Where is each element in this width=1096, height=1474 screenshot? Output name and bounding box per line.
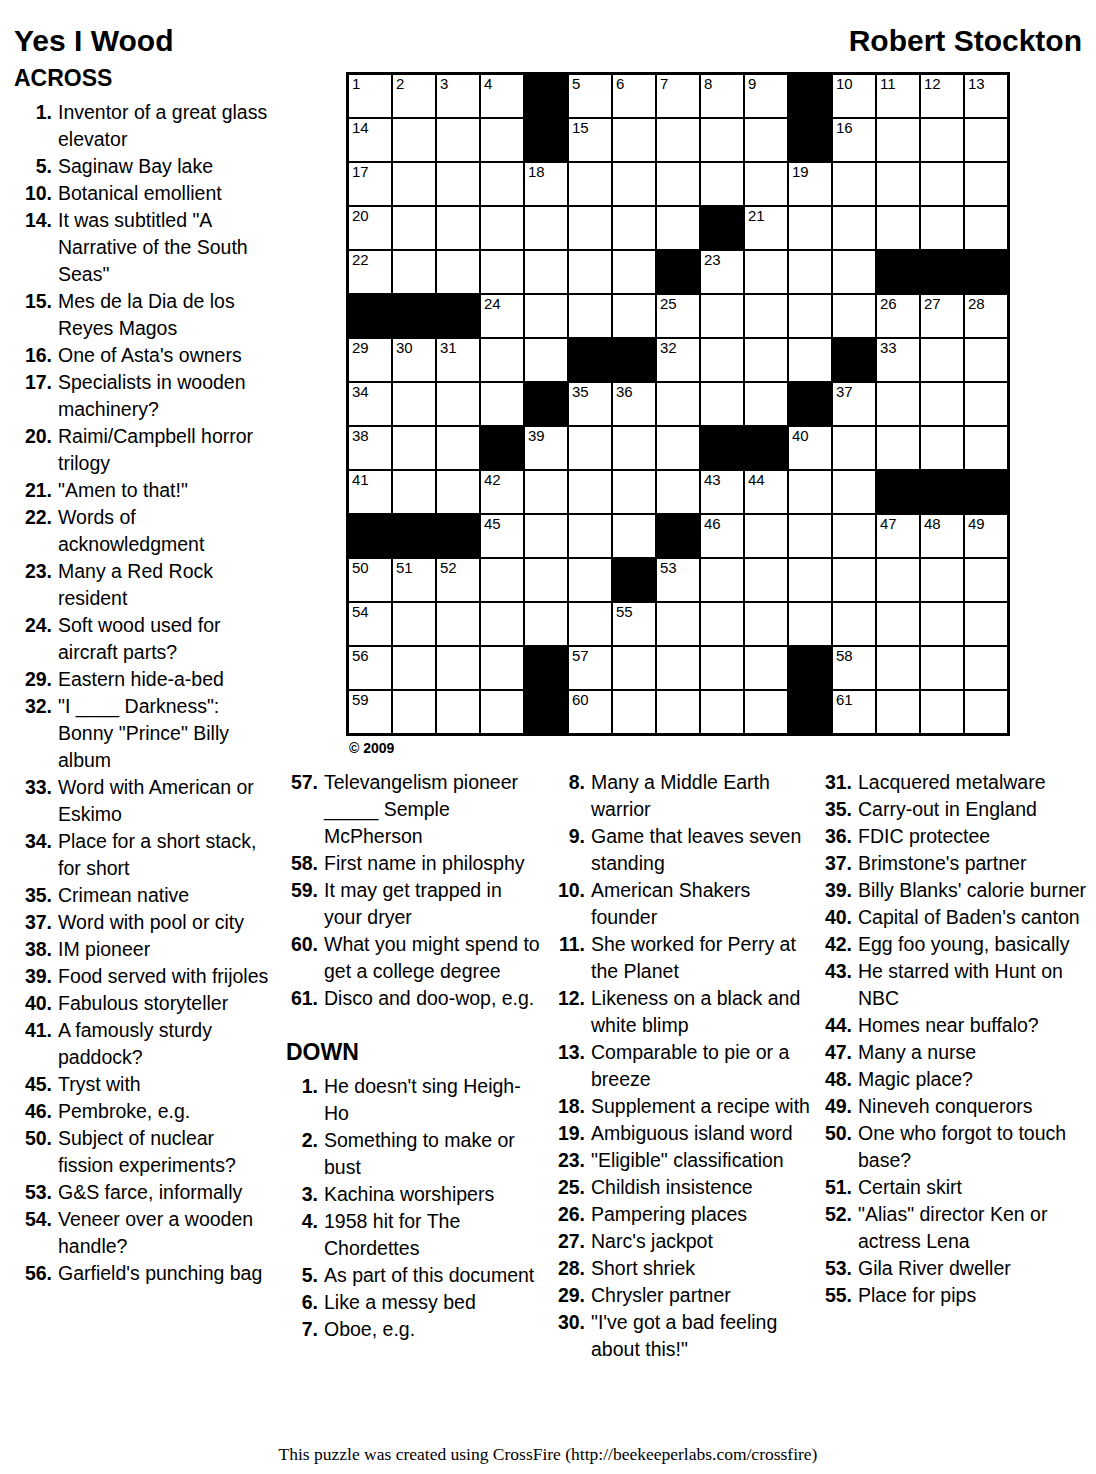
cell-number: 51	[396, 560, 413, 576]
grid-cell[interactable]: 8	[701, 75, 743, 117]
grid-cell[interactable]	[569, 207, 611, 249]
clue-text: Tryst with	[58, 1071, 274, 1098]
grid-cell[interactable]: 20	[349, 207, 391, 249]
grid-cell[interactable]	[965, 383, 1007, 425]
grid-cell[interactable]	[833, 251, 875, 293]
clue-down-10: 10.American Shakers founder	[552, 877, 815, 931]
grid-cell[interactable]	[921, 119, 963, 161]
grid-cell[interactable]	[877, 207, 919, 249]
grid-cell[interactable]: 53	[657, 559, 699, 601]
grid-cell[interactable]	[789, 471, 831, 513]
grid-cell[interactable]	[525, 515, 567, 557]
grid-cell[interactable]	[613, 515, 655, 557]
grid-cell[interactable]	[613, 647, 655, 689]
grid-cell[interactable]	[921, 647, 963, 689]
black-cell	[349, 295, 391, 337]
grid-cell[interactable]: 29	[349, 339, 391, 381]
clue-number: 1.	[14, 99, 52, 153]
grid-cell[interactable]: 44	[745, 471, 787, 513]
clue-number: 29.	[552, 1282, 585, 1309]
grid-cell[interactable]	[481, 691, 523, 733]
clue-number: 32.	[14, 693, 52, 774]
grid-cell[interactable]	[657, 471, 699, 513]
clue-down-35: 35.Carry-out in England	[820, 796, 1092, 823]
grid-cell[interactable]: 15	[569, 119, 611, 161]
grid-cell[interactable]	[965, 603, 1007, 645]
grid-cell[interactable]	[481, 383, 523, 425]
clue-text: Kachina worshipers	[324, 1181, 544, 1208]
clue-text: Food served with frijoles	[58, 963, 274, 990]
clue-down-55: 55.Place for pips	[820, 1282, 1092, 1309]
clue-text: Words of acknowledgment	[58, 504, 274, 558]
grid-cell[interactable]	[437, 691, 479, 733]
grid-cell[interactable]: 14	[349, 119, 391, 161]
grid-cell[interactable]	[613, 251, 655, 293]
clue-across-37: 37.Word with pool or city	[14, 909, 274, 936]
grid-cell[interactable]	[393, 427, 435, 469]
clue-number: 35.	[820, 796, 852, 823]
clue-text: G&S farce, informally	[58, 1179, 274, 1206]
cell-number: 35	[572, 384, 589, 400]
grid-cell[interactable]	[525, 559, 567, 601]
grid-cell[interactable]	[789, 559, 831, 601]
grid-cell[interactable]: 23	[701, 251, 743, 293]
grid-cell[interactable]	[833, 471, 875, 513]
across-clue-list-2: 57.Televangelism pioneer _____ Semple Mc…	[286, 769, 544, 1012]
grid-cell[interactable]	[921, 691, 963, 733]
grid-cell[interactable]	[613, 207, 655, 249]
clue-across-24: 24.Soft wood used for aircraft parts?	[14, 612, 274, 666]
grid-cell[interactable]: 30	[393, 339, 435, 381]
clue-number: 31.	[820, 769, 852, 796]
grid-cell[interactable]: 26	[877, 295, 919, 337]
cell-number: 52	[440, 560, 457, 576]
grid-cell[interactable]	[569, 295, 611, 337]
clue-text: Something to make or bust	[324, 1127, 544, 1181]
cell-number: 57	[572, 648, 589, 664]
grid-cell[interactable]	[393, 251, 435, 293]
grid-cell[interactable]	[657, 691, 699, 733]
grid-cell[interactable]: 12	[921, 75, 963, 117]
clue-number: 55.	[820, 1282, 852, 1309]
grid-cell[interactable]: 47	[877, 515, 919, 557]
grid-cell[interactable]	[481, 647, 523, 689]
clue-down-26: 26.Pampering places	[552, 1201, 815, 1228]
grid-cell[interactable]	[569, 427, 611, 469]
grid-cell[interactable]: 24	[481, 295, 523, 337]
grid-cell[interactable]	[833, 515, 875, 557]
grid-cell[interactable]: 25	[657, 295, 699, 337]
grid-cell[interactable]: 2	[393, 75, 435, 117]
black-cell	[789, 691, 831, 733]
grid-cell[interactable]	[745, 163, 787, 205]
grid-cell[interactable]	[701, 295, 743, 337]
grid-cell[interactable]	[525, 603, 567, 645]
grid-cell[interactable]: 52	[437, 559, 479, 601]
grid-cell[interactable]: 11	[877, 75, 919, 117]
clue-text: Magic place?	[858, 1066, 1092, 1093]
grid-cell[interactable]	[481, 251, 523, 293]
grid-cell[interactable]: 46	[701, 515, 743, 557]
grid-cell[interactable]: 49	[965, 515, 1007, 557]
grid-cell[interactable]: 34	[349, 383, 391, 425]
grid-cell[interactable]	[701, 647, 743, 689]
grid-cell[interactable]	[965, 427, 1007, 469]
down-clue-list-1: 1.He doesn't sing Heigh-Ho2.Something to…	[286, 1073, 544, 1343]
clue-across-34: 34.Place for a short stack, for short	[14, 828, 274, 882]
grid-cell[interactable]	[877, 163, 919, 205]
grid-cell[interactable]	[833, 295, 875, 337]
clue-text: Capital of Baden's canton	[858, 904, 1092, 931]
grid-cell[interactable]: 38	[349, 427, 391, 469]
grid-cell[interactable]: 4	[481, 75, 523, 117]
clue-number: 19.	[552, 1120, 585, 1147]
grid-cell[interactable]: 36	[613, 383, 655, 425]
grid-cell[interactable]	[965, 559, 1007, 601]
clue-text: Specialists in wooden machinery?	[58, 369, 274, 423]
grid-cell[interactable]	[437, 427, 479, 469]
clue-text: "Alias" director Ken or actress Lena	[858, 1201, 1092, 1255]
grid-cell[interactable]	[701, 119, 743, 161]
clue-text: Mes de la Dia de los Reyes Magos	[58, 288, 274, 342]
grid-cell[interactable]	[569, 515, 611, 557]
grid-cell[interactable]	[569, 603, 611, 645]
clue-number: 49.	[820, 1093, 852, 1120]
grid-cell[interactable]	[569, 559, 611, 601]
grid-cell[interactable]	[393, 471, 435, 513]
black-cell	[833, 339, 875, 381]
clue-text: A famously sturdy paddock?	[58, 1017, 274, 1071]
grid-cell[interactable]	[745, 603, 787, 645]
grid-cell[interactable]	[745, 383, 787, 425]
grid-cell[interactable]: 60	[569, 691, 611, 733]
grid-cell[interactable]	[613, 427, 655, 469]
black-cell	[525, 691, 567, 733]
clue-number: 34.	[14, 828, 52, 882]
grid-cell[interactable]	[657, 427, 699, 469]
grid-cell[interactable]	[393, 163, 435, 205]
grid-cell[interactable]	[877, 559, 919, 601]
grid-cell[interactable]: 41	[349, 471, 391, 513]
clue-across-59: 59.It may get trapped in your dryer	[286, 877, 544, 931]
clue-down-13: 13.Comparable to pie or a breeze	[552, 1039, 815, 1093]
black-cell	[921, 471, 963, 513]
grid-cell[interactable]: 6	[613, 75, 655, 117]
cell-number: 46	[704, 516, 721, 532]
black-cell	[437, 515, 479, 557]
grid-cell[interactable]: 9	[745, 75, 787, 117]
grid-cell[interactable]	[481, 119, 523, 161]
clue-number: 57.	[286, 769, 318, 850]
grid-cell[interactable]: 19	[789, 163, 831, 205]
grid-cell[interactable]	[701, 691, 743, 733]
grid-cell[interactable]	[481, 163, 523, 205]
grid-cell[interactable]	[657, 119, 699, 161]
grid-cell[interactable]: 56	[349, 647, 391, 689]
grid-cell[interactable]	[877, 383, 919, 425]
clue-across-14: 14.It was subtitled "A Narrative of the …	[14, 207, 274, 288]
grid-cell[interactable]: 7	[657, 75, 699, 117]
grid-cell[interactable]	[745, 295, 787, 337]
grid-cell[interactable]	[921, 383, 963, 425]
grid-cell[interactable]: 57	[569, 647, 611, 689]
clue-across-1: 1.Inventor of a great glass elevator	[14, 99, 274, 153]
grid-cell[interactable]	[965, 119, 1007, 161]
grid-cell[interactable]	[965, 207, 1007, 249]
clue-down-44: 44.Homes near buffalo?	[820, 1012, 1092, 1039]
grid-cell[interactable]	[745, 119, 787, 161]
clue-number: 10.	[552, 877, 585, 931]
clue-number: 13.	[552, 1039, 585, 1093]
grid-cell[interactable]	[833, 603, 875, 645]
grid-cell[interactable]	[437, 647, 479, 689]
grid-cell[interactable]	[789, 603, 831, 645]
grid-cell[interactable]: 58	[833, 647, 875, 689]
cell-number: 19	[792, 164, 809, 180]
grid-cell[interactable]	[613, 691, 655, 733]
clue-text: Homes near buffalo?	[858, 1012, 1092, 1039]
grid-cell[interactable]	[833, 559, 875, 601]
creator-credit: This puzzle was created using CrossFire …	[0, 1443, 1096, 1465]
cell-number: 10	[836, 76, 853, 92]
grid-cell[interactable]	[481, 339, 523, 381]
clue-down-12: 12.Likeness on a black and white blimp	[552, 985, 815, 1039]
clue-number: 44.	[820, 1012, 852, 1039]
clue-down-28: 28.Short shriek	[552, 1255, 815, 1282]
grid-cell[interactable]	[921, 427, 963, 469]
grid-cell[interactable]	[525, 295, 567, 337]
grid-cell[interactable]: 61	[833, 691, 875, 733]
clue-across-54: 54.Veneer over a wooden handle?	[14, 1206, 274, 1260]
grid-cell[interactable]	[745, 515, 787, 557]
grid-cell[interactable]: 16	[833, 119, 875, 161]
grid-cell[interactable]	[657, 163, 699, 205]
cell-number: 54	[352, 604, 369, 620]
grid-cell[interactable]	[393, 383, 435, 425]
copyright-notice: © 2009	[349, 740, 394, 756]
grid-cell[interactable]: 33	[877, 339, 919, 381]
grid-cell[interactable]	[965, 691, 1007, 733]
clue-text: Word with American or Eskimo	[58, 774, 274, 828]
grid-cell[interactable]	[437, 383, 479, 425]
grid-cell[interactable]	[921, 163, 963, 205]
black-cell	[613, 339, 655, 381]
clue-text: Many a nurse	[858, 1039, 1092, 1066]
grid-cell[interactable]	[789, 207, 831, 249]
grid-cell[interactable]	[833, 207, 875, 249]
clue-text: Lacquered metalware	[858, 769, 1092, 796]
grid-cell[interactable]	[701, 383, 743, 425]
grid-cell[interactable]	[745, 647, 787, 689]
grid-cell[interactable]	[437, 603, 479, 645]
grid-cell[interactable]	[701, 559, 743, 601]
grid-cell[interactable]: 22	[349, 251, 391, 293]
cell-number: 32	[660, 340, 677, 356]
grid-cell[interactable]	[745, 251, 787, 293]
clue-number: 26.	[552, 1201, 585, 1228]
clue-number: 15.	[14, 288, 52, 342]
clue-down-48: 48.Magic place?	[820, 1066, 1092, 1093]
grid-cell[interactable]	[921, 603, 963, 645]
grid-cell[interactable]	[833, 163, 875, 205]
cell-number: 39	[528, 428, 545, 444]
grid-cell[interactable]: 31	[437, 339, 479, 381]
clue-text: Pampering places	[591, 1201, 815, 1228]
grid-cell[interactable]	[437, 471, 479, 513]
clue-text: Pembroke, e.g.	[58, 1098, 274, 1125]
grid-cell[interactable]	[701, 339, 743, 381]
clue-across-53: 53.G&S farce, informally	[14, 1179, 274, 1206]
grid-cell[interactable]: 35	[569, 383, 611, 425]
clue-number: 14.	[14, 207, 52, 288]
grid-cell[interactable]	[613, 295, 655, 337]
grid-cell[interactable]	[481, 559, 523, 601]
clue-across-41: 41.A famously sturdy paddock?	[14, 1017, 274, 1071]
grid-cell[interactable]: 40	[789, 427, 831, 469]
down-clue-list-2: 8.Many a Middle Earth warrior9.Game that…	[552, 769, 815, 1363]
grid-cell[interactable]	[613, 163, 655, 205]
grid-cell[interactable]: 43	[701, 471, 743, 513]
grid-cell[interactable]	[965, 339, 1007, 381]
grid-cell[interactable]	[437, 251, 479, 293]
clue-across-40: 40.Fabulous storyteller	[14, 990, 274, 1017]
grid-cell[interactable]	[437, 119, 479, 161]
grid-cell[interactable]	[921, 339, 963, 381]
clue-number: 60.	[286, 931, 318, 985]
clue-number: 58.	[286, 850, 318, 877]
grid-cell[interactable]: 18	[525, 163, 567, 205]
grid-cell[interactable]: 3	[437, 75, 479, 117]
grid-cell[interactable]: 10	[833, 75, 875, 117]
clue-text: "Amen to that!"	[58, 477, 274, 504]
clue-text: Word with pool or city	[58, 909, 274, 936]
grid-cell[interactable]	[657, 647, 699, 689]
grid-cell[interactable]: 5	[569, 75, 611, 117]
grid-cell[interactable]	[657, 207, 699, 249]
grid-cell[interactable]	[525, 471, 567, 513]
clue-number: 50.	[14, 1125, 52, 1179]
grid-cell[interactable]: 42	[481, 471, 523, 513]
grid-cell[interactable]	[833, 427, 875, 469]
grid-cell[interactable]	[921, 559, 963, 601]
grid-cell[interactable]: 27	[921, 295, 963, 337]
cell-number: 5	[572, 76, 580, 92]
clue-number: 61.	[286, 985, 318, 1012]
black-cell	[393, 515, 435, 557]
grid-cell[interactable]	[525, 207, 567, 249]
clue-text: Saginaw Bay lake	[58, 153, 274, 180]
grid-cell[interactable]: 54	[349, 603, 391, 645]
clue-text: "I ____ Darkness": Bonny "Prince" Billy …	[58, 693, 274, 774]
clue-down-52: 52."Alias" director Ken or actress Lena	[820, 1201, 1092, 1255]
grid-cell[interactable]	[569, 163, 611, 205]
clue-down-25: 25.Childish insistence	[552, 1174, 815, 1201]
grid-cell[interactable]	[789, 295, 831, 337]
grid-cell[interactable]	[393, 119, 435, 161]
grid-cell[interactable]	[525, 251, 567, 293]
clue-number: 46.	[14, 1098, 52, 1125]
clue-number: 51.	[820, 1174, 852, 1201]
grid-cell[interactable]	[877, 647, 919, 689]
grid-cell[interactable]: 51	[393, 559, 435, 601]
grid-cell[interactable]	[613, 119, 655, 161]
grid-cell[interactable]: 59	[349, 691, 391, 733]
cell-number: 36	[616, 384, 633, 400]
grid-cell[interactable]	[437, 207, 479, 249]
grid-cell[interactable]	[393, 691, 435, 733]
grid-cell[interactable]: 48	[921, 515, 963, 557]
grid-cell[interactable]	[745, 559, 787, 601]
grid-cell[interactable]: 55	[613, 603, 655, 645]
grid-cell[interactable]	[921, 207, 963, 249]
grid-cell[interactable]	[393, 207, 435, 249]
grid-cell[interactable]	[613, 471, 655, 513]
grid-cell[interactable]: 17	[349, 163, 391, 205]
grid-cell[interactable]	[657, 603, 699, 645]
grid-cell[interactable]: 13	[965, 75, 1007, 117]
grid-cell[interactable]	[657, 383, 699, 425]
grid-cell[interactable]	[789, 515, 831, 557]
clue-text: He doesn't sing Heigh-Ho	[324, 1073, 544, 1127]
clue-text: FDIC protectee	[858, 823, 1092, 850]
grid-cell[interactable]	[745, 339, 787, 381]
grid-cell[interactable]	[525, 339, 567, 381]
grid-cell[interactable]: 32	[657, 339, 699, 381]
grid-cell[interactable]: 37	[833, 383, 875, 425]
clue-down-9: 9.Game that leaves seven standing	[552, 823, 815, 877]
grid-cell[interactable]	[481, 603, 523, 645]
across-header: ACROSS	[14, 64, 274, 92]
grid-cell[interactable]	[877, 603, 919, 645]
grid-cell[interactable]: 28	[965, 295, 1007, 337]
cell-number: 11	[880, 76, 896, 92]
grid-cell[interactable]	[393, 603, 435, 645]
grid-cell[interactable]	[877, 691, 919, 733]
grid-cell[interactable]	[965, 163, 1007, 205]
clue-number: 7.	[286, 1316, 318, 1343]
grid-cell[interactable]: 45	[481, 515, 523, 557]
grid-cell[interactable]	[877, 119, 919, 161]
grid-cell[interactable]	[965, 647, 1007, 689]
grid-cell[interactable]	[789, 339, 831, 381]
grid-cell[interactable]	[569, 251, 611, 293]
grid-cell[interactable]: 21	[745, 207, 787, 249]
clue-number: 21.	[14, 477, 52, 504]
clue-text: Nineveh conquerors	[858, 1093, 1092, 1120]
grid-cell[interactable]: 39	[525, 427, 567, 469]
clue-text: Brimstone's partner	[858, 850, 1092, 877]
cell-number: 9	[748, 76, 756, 92]
grid-cell[interactable]	[393, 647, 435, 689]
cell-number: 56	[352, 648, 369, 664]
grid-cell[interactable]	[745, 691, 787, 733]
cell-number: 41	[352, 472, 369, 488]
grid-cell[interactable]	[569, 471, 611, 513]
grid-cell[interactable]	[437, 163, 479, 205]
clue-text: Short shriek	[591, 1255, 815, 1282]
black-cell	[921, 251, 963, 293]
grid-cell[interactable]	[701, 163, 743, 205]
grid-cell[interactable]	[481, 207, 523, 249]
clue-number: 41.	[14, 1017, 52, 1071]
clue-number: 1.	[286, 1073, 318, 1127]
grid-cell[interactable]: 1	[349, 75, 391, 117]
black-cell	[481, 427, 523, 469]
grid-cell[interactable]	[789, 251, 831, 293]
grid-cell[interactable]: 50	[349, 559, 391, 601]
grid-cell[interactable]	[701, 603, 743, 645]
grid-cell[interactable]	[877, 427, 919, 469]
